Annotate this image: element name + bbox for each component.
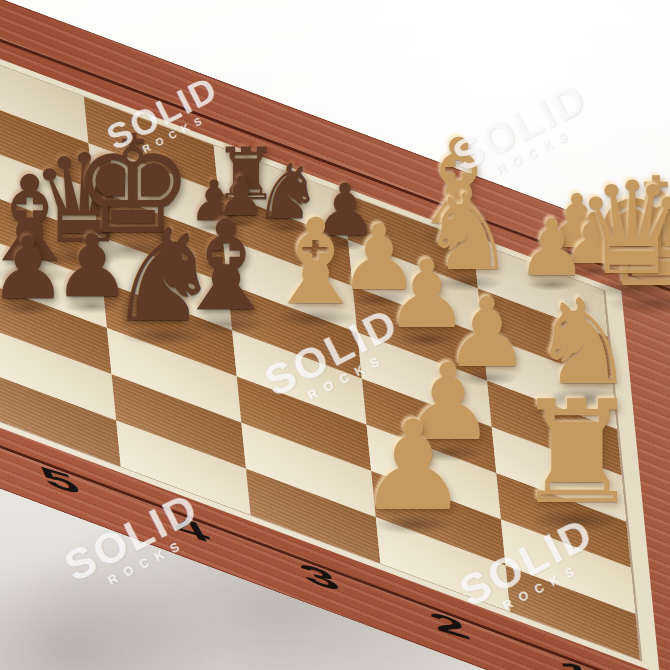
piece-light-pawn-b2[interactable]: ♟: [357, 404, 468, 528]
piece-dark-pawn-b5[interactable]: ♟: [53, 223, 130, 309]
scene: 12345678abcdefgh ♜♞♟♟♟♝♛♚♝♞♟♟♝♟♟♟♜♚♛♞♝♟♟…: [0, 0, 670, 670]
piece-light-rook-c1[interactable]: ♜: [513, 382, 640, 524]
